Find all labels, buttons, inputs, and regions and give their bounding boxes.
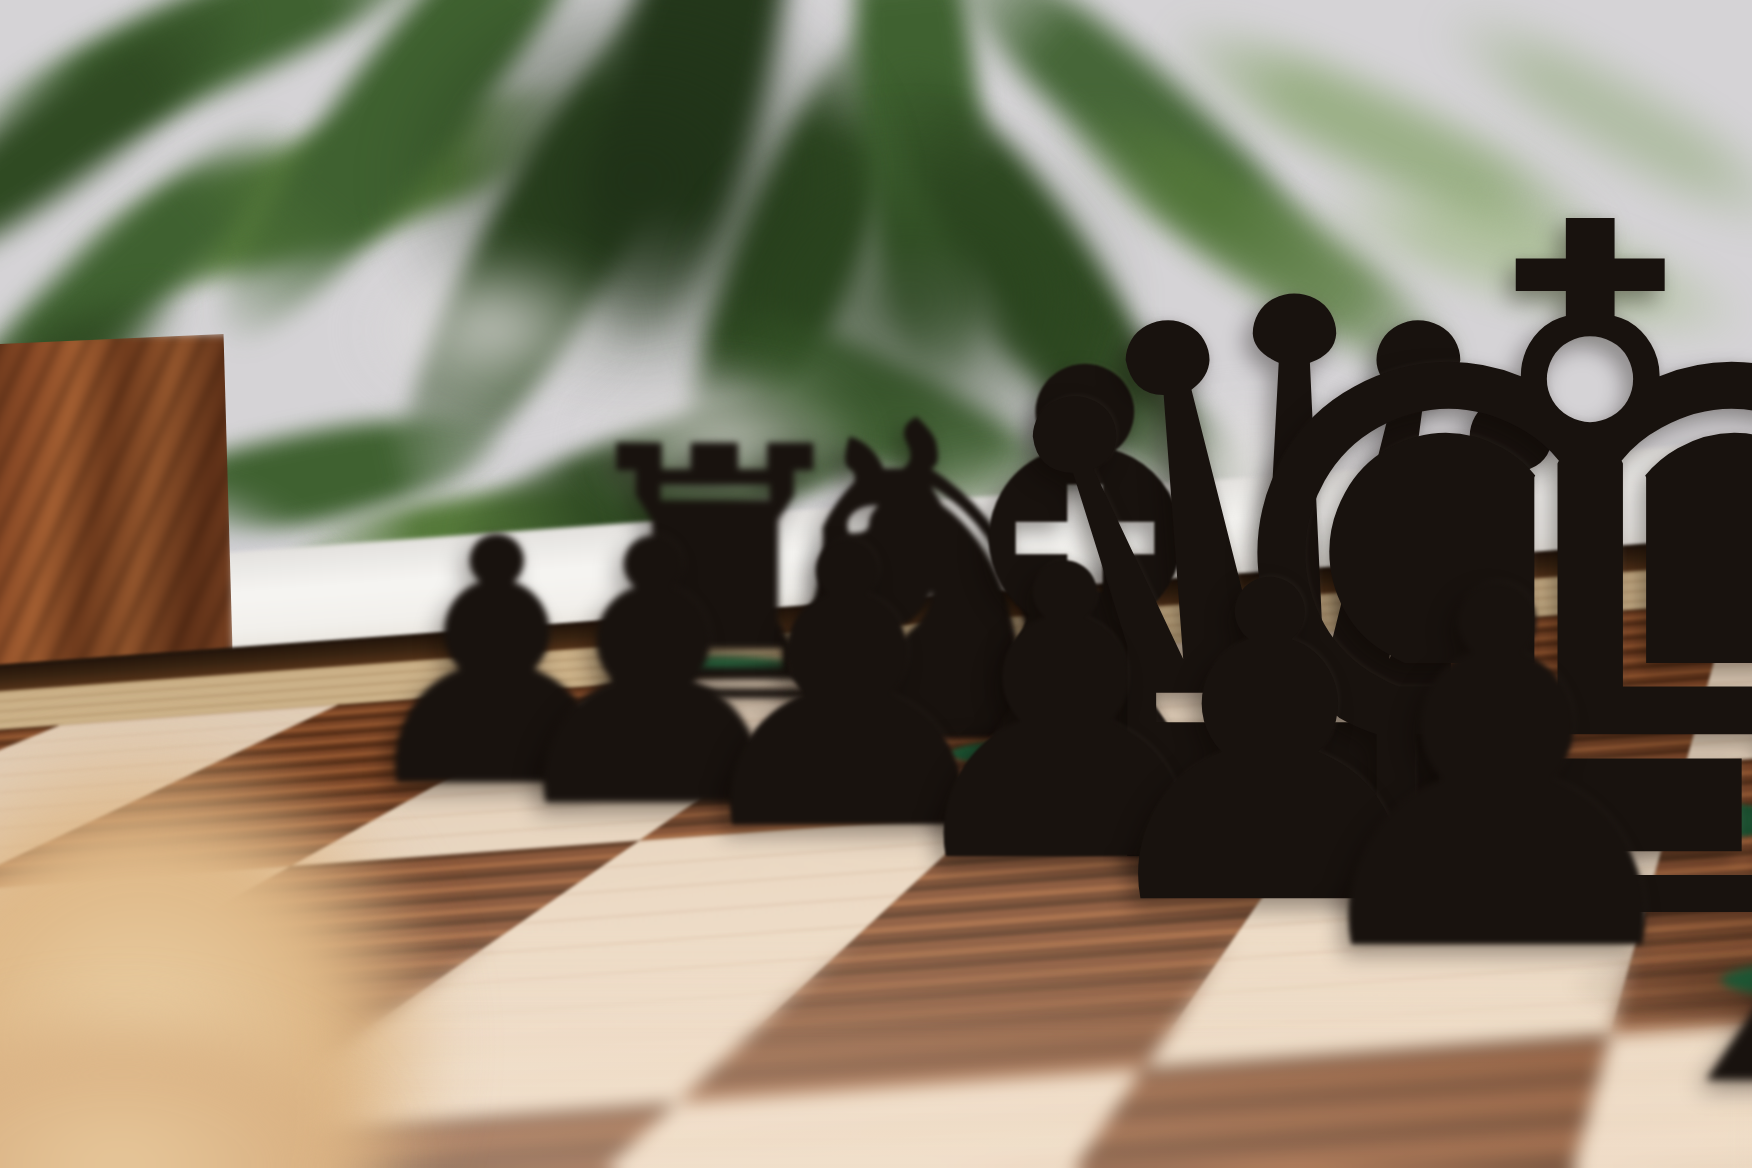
photo-scene: ♜♞♝♛♚♝♟♟♟♟♟♟ bbox=[0, 0, 1752, 1168]
pawn-glyph: ♟ bbox=[1250, 526, 1745, 1021]
